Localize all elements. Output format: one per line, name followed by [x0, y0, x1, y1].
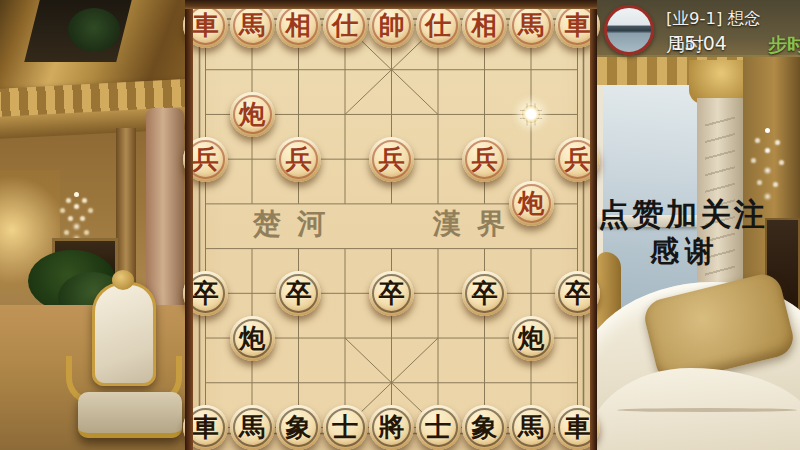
piece-red-h0[interactable]: 馬 [509, 3, 554, 48]
piece-red-c3[interactable]: 兵 [276, 137, 321, 182]
piece-glyph: 卒 [276, 271, 321, 316]
piece-glyph: 馬 [509, 405, 554, 450]
piece-black-h9[interactable]: 馬 [509, 405, 554, 450]
piece-glyph: 兵 [276, 137, 321, 182]
piece-red-d0[interactable]: 仕 [323, 3, 368, 48]
piece-red-e3[interactable]: 兵 [369, 137, 414, 182]
piece-glyph: 馬 [509, 3, 554, 48]
piece-red-e0[interactable]: 帥 [369, 3, 414, 48]
xiangqi-board[interactable]: 楚河 漢界 車馬相仕帥仕相馬車炮炮兵兵兵兵兵卒卒卒卒卒炮炮車馬象士將士象馬車 [185, 0, 597, 450]
piece-black-f9[interactable]: 士 [416, 405, 461, 450]
step-time-label: 步时 [768, 32, 800, 58]
piece-red-b2[interactable]: 炮 [230, 92, 275, 137]
piece-glyph: 帥 [369, 3, 414, 48]
piece-glyph: 相 [462, 3, 507, 48]
round-time-value: 15:04 [672, 32, 727, 54]
piece-glyph: 兵 [369, 137, 414, 182]
piece-glyph: 相 [276, 3, 321, 48]
piece-glyph: 卒 [462, 271, 507, 316]
caption-line1: 点赞加关注 [598, 194, 778, 236]
round-time: 局时 15:04 [666, 32, 672, 54]
piece-red-c0[interactable]: 相 [276, 3, 321, 48]
piece-red-b0[interactable]: 馬 [230, 3, 275, 48]
piece-glyph: 將 [369, 405, 414, 450]
piece-glyph: 炮 [509, 181, 554, 226]
player-hud: [业9-1] 想念 局时 15:04 步时 [602, 2, 800, 60]
piece-black-d9[interactable]: 士 [323, 405, 368, 450]
piece-red-f0[interactable]: 仕 [416, 3, 461, 48]
piece-black-b9[interactable]: 馬 [230, 405, 275, 450]
piece-black-e6[interactable]: 卒 [369, 271, 414, 316]
piece-glyph: 馬 [230, 405, 275, 450]
piece-glyph: 仕 [323, 3, 368, 48]
piece-glyph: 象 [276, 405, 321, 450]
piece-black-g9[interactable]: 象 [462, 405, 507, 450]
piece-black-b7[interactable]: 炮 [230, 316, 275, 361]
piece-red-g3[interactable]: 兵 [462, 137, 507, 182]
board-frame-left [185, 0, 193, 450]
piece-glyph: 兵 [462, 137, 507, 182]
piece-glyph: 炮 [230, 92, 275, 137]
screen: 楚河 漢界 車馬相仕帥仕相馬車炮炮兵兵兵兵兵卒卒卒卒卒炮炮車馬象士將士象馬車 [… [0, 0, 800, 450]
crystal-chandelier-icon [765, 128, 770, 133]
player-name: [业9-1] 想念 [666, 8, 761, 30]
piece-red-g0[interactable]: 相 [462, 3, 507, 48]
board-frame-top [185, 0, 597, 9]
piece-glyph: 象 [462, 405, 507, 450]
chandelier-icon [74, 192, 79, 197]
piece-glyph: 炮 [230, 316, 275, 361]
piece-glyph: 卒 [369, 271, 414, 316]
piece-glyph: 馬 [230, 3, 275, 48]
board-frame-right [590, 0, 597, 450]
piece-glyph: 士 [323, 405, 368, 450]
player-avatar [604, 5, 654, 55]
ceiling-plant [68, 8, 120, 52]
piece-glyph: 士 [416, 405, 461, 450]
piece-black-h7[interactable]: 炮 [509, 316, 554, 361]
caption-line2: 感谢 [650, 232, 720, 272]
piece-black-c6[interactable]: 卒 [276, 271, 321, 316]
piece-glyph: 仕 [416, 3, 461, 48]
piece-black-g6[interactable]: 卒 [462, 271, 507, 316]
piece-red-h4[interactable]: 炮 [509, 181, 554, 226]
chair-gold-knob [112, 270, 134, 290]
piece-black-e9[interactable]: 將 [369, 405, 414, 450]
background-room-left [0, 0, 185, 450]
river-label-chu: 楚河 [253, 207, 341, 241]
piece-black-c9[interactable]: 象 [276, 405, 321, 450]
piece-glyph: 炮 [509, 316, 554, 361]
sofa-seam [617, 408, 797, 412]
chair-seat [78, 392, 182, 438]
